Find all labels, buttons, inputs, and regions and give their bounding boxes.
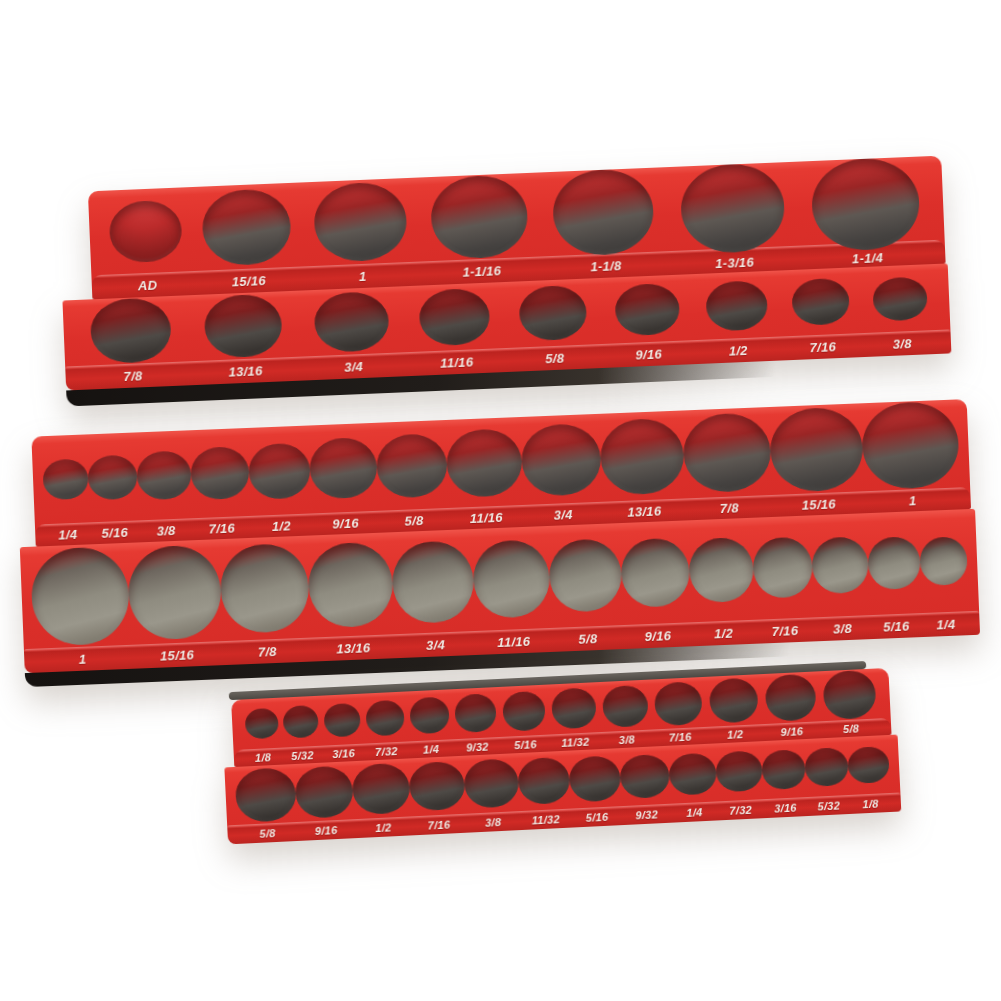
- socket-slot: 7/16: [779, 267, 864, 360]
- socket-size-label: 7/8: [123, 363, 143, 388]
- socket-size-label: 15/16: [160, 642, 195, 667]
- socket-size-label: 11/16: [497, 629, 531, 654]
- socket-hole-box: [860, 264, 940, 333]
- socket-hole: [682, 412, 772, 493]
- socket-hole-box: [599, 411, 686, 502]
- socket-hole-box: [539, 167, 669, 257]
- socket-size-label: AD: [137, 273, 157, 298]
- socket-slot: 3/16: [320, 694, 365, 763]
- socket-hole-box: [445, 417, 523, 508]
- socket-size-label: 1-3/16: [715, 252, 754, 274]
- socket-hole: [454, 693, 497, 733]
- socket-hole: [620, 537, 691, 608]
- socket-size-label: 5/8: [843, 719, 860, 737]
- top-socket-tray: AD15/1611-1/161-1/81-3/161-1/47/813/163/…: [58, 156, 952, 407]
- socket-slot: 1-1/16: [417, 172, 543, 285]
- socket-size-label: 5/8: [545, 346, 565, 371]
- socket-hole: [752, 536, 814, 598]
- socket-size-label: 3/16: [332, 744, 355, 762]
- socket-size-label: 3/16: [774, 798, 798, 818]
- socket-slot: 3/4: [297, 286, 407, 380]
- socket-hole: [463, 758, 519, 809]
- socket-hole: [715, 750, 763, 792]
- socket-size-label: 5/16: [585, 807, 609, 827]
- socket-size-label: 9/16: [635, 342, 662, 367]
- socket-hole: [810, 157, 921, 252]
- socket-slot: 1/4: [918, 509, 971, 637]
- socket-size-label: 1/8: [255, 748, 272, 766]
- socket-size-label: 1/2: [375, 817, 392, 837]
- socket-hole-box: [189, 182, 304, 271]
- socket-slot: 13/16: [599, 411, 687, 524]
- socket-slot: 3/8: [860, 264, 941, 357]
- socket-slot: 11/16: [471, 526, 552, 655]
- socket-slot: 15/16: [189, 182, 305, 295]
- socket-slot: 1/2: [247, 426, 313, 538]
- socket-hole: [307, 541, 394, 628]
- socket-size-label: 1: [78, 647, 86, 671]
- socket-hole-box: [135, 430, 192, 520]
- socket-hole-box: [517, 751, 572, 811]
- socket-hole: [283, 705, 320, 739]
- socket-hole-box: [779, 267, 863, 336]
- socket-hole-box: [650, 677, 707, 730]
- socket-hole-box: [391, 529, 476, 634]
- socket-slot: 1/8: [847, 735, 892, 814]
- socket-hole-box: [665, 162, 799, 255]
- socket-hole-box: [861, 399, 960, 491]
- socket-slot: 1/4: [406, 689, 454, 758]
- socket-hole: [847, 746, 890, 784]
- socket-hole: [517, 757, 571, 805]
- socket-hole-box: [866, 511, 922, 615]
- socket-slot: 11/32: [517, 751, 572, 830]
- socket-slot: 9/32: [451, 687, 502, 756]
- socket-slot: 1-1/4: [796, 156, 936, 270]
- socket-slot: 3/8: [598, 680, 653, 749]
- socket-slot: 13/16: [187, 291, 301, 386]
- socket-hole-box: [504, 278, 603, 348]
- socket-size-label: 5/8: [404, 509, 424, 532]
- socket-hole-box: [72, 295, 189, 366]
- socket-hole: [867, 536, 921, 590]
- socket-size-label: 9/16: [332, 512, 359, 535]
- socket-hole-box: [810, 513, 870, 617]
- socket-hole-box: [520, 414, 603, 505]
- socket-hole: [87, 454, 138, 500]
- socket-hole-box: [86, 432, 138, 522]
- socket-hole: [502, 690, 546, 731]
- socket-size-label: 5/32: [817, 795, 841, 815]
- socket-size-label: 11/16: [440, 349, 474, 374]
- socket-size-label: 7/8: [719, 496, 739, 519]
- socket-size-label: 11/32: [561, 733, 590, 751]
- socket-hole: [861, 400, 960, 490]
- socket-slot: 1: [861, 399, 961, 513]
- socket-slot: 5/8: [234, 764, 297, 844]
- socket-size-label: 3/8: [485, 812, 502, 832]
- socket-size-label: 1-1/8: [590, 254, 622, 278]
- socket-hole-box: [352, 758, 411, 819]
- socket-hole: [791, 278, 850, 326]
- socket-hole: [309, 437, 378, 500]
- socket-slot: 9/16: [619, 520, 692, 649]
- socket-slot: 1/2: [705, 674, 764, 744]
- socket-slot: 5/16: [568, 748, 622, 827]
- socket-hole-box: [463, 753, 520, 814]
- socket-hole-box: [294, 761, 354, 822]
- socket-size-label: 7/16: [771, 618, 798, 643]
- socket-slot: 1/4: [41, 434, 90, 546]
- socket-hole-box: [471, 526, 551, 631]
- socket-hole: [234, 767, 296, 823]
- socket-hole-box: [98, 187, 193, 275]
- socket-hole: [323, 702, 361, 737]
- socket-hole: [569, 755, 622, 802]
- socket-hole: [811, 536, 869, 594]
- socket-hole: [30, 545, 130, 646]
- socket-size-label: 1/2: [728, 338, 748, 363]
- socket-size-label: 11/16: [469, 506, 503, 529]
- socket-slot: 7/8: [682, 407, 773, 520]
- socket-hole-box: [320, 694, 364, 746]
- socket-size-label: 9/16: [780, 722, 803, 740]
- socket-hole: [108, 199, 182, 263]
- socket-slot: 1: [30, 543, 132, 673]
- socket-hole-box: [691, 271, 781, 341]
- socket-hole: [430, 174, 529, 260]
- socket-size-label: 1/4: [423, 740, 440, 758]
- socket-hole-box: [241, 698, 282, 750]
- socket-size-label: 5/16: [514, 735, 537, 753]
- socket-size-label: 1/4: [686, 802, 703, 822]
- socket-hole: [314, 290, 390, 352]
- socket-slot: 7/16: [189, 428, 251, 540]
- socket-size-label: 1/2: [727, 725, 744, 743]
- socket-hole-box: [247, 426, 312, 516]
- socket-slot: 7/8: [72, 295, 190, 390]
- socket-hole-box: [760, 739, 807, 799]
- socket-size-label: 3/4: [553, 503, 573, 526]
- socket-size-label: 5/16: [101, 521, 128, 544]
- socket-hole-box: [403, 282, 506, 352]
- socket-hole: [705, 280, 768, 332]
- socket-slot: 7/32: [715, 741, 765, 820]
- socket-slot: 11/32: [547, 682, 601, 751]
- socket-hole: [409, 696, 450, 734]
- socket-hole-box: [682, 407, 773, 498]
- socket-hole: [375, 433, 448, 499]
- socket-size-label: 1/2: [272, 514, 292, 537]
- socket-size-label: 9/32: [466, 738, 489, 756]
- socket-size-label: 7/32: [375, 742, 398, 760]
- socket-hole-box: [760, 671, 820, 724]
- socket-slot: 9/32: [619, 746, 671, 825]
- socket-slot: 7/16: [650, 677, 708, 747]
- socket-hole: [204, 293, 284, 358]
- socket-size-label: 1/4: [936, 612, 956, 637]
- socket-hole: [313, 181, 408, 263]
- socket-size-label: 3/8: [892, 331, 912, 356]
- socket-size-label: 13/16: [336, 635, 371, 660]
- socket-slot: 5/32: [279, 696, 323, 765]
- socket-size-label: 3/4: [426, 632, 446, 657]
- socket-size-label: 5/8: [578, 626, 598, 651]
- socket-hole-box: [234, 764, 296, 825]
- socket-size-label: 1: [358, 264, 367, 288]
- socket-size-label: 7/16: [809, 334, 836, 359]
- socket-hole-box: [41, 434, 90, 524]
- socket-slot: 5/8: [547, 523, 624, 652]
- socket-size-label: 15/16: [231, 268, 266, 293]
- socket-hole-box: [847, 735, 891, 795]
- socket-hole: [391, 540, 475, 624]
- socket-slot: 3/4: [520, 414, 604, 527]
- socket-hole: [872, 276, 928, 321]
- socket-hole-box: [451, 687, 501, 739]
- socket-slot: 9/16: [308, 423, 379, 536]
- socket-hole-box: [600, 274, 694, 344]
- socket-size-label: 3/8: [618, 730, 635, 748]
- socket-size-label: 13/16: [627, 499, 662, 522]
- socket-hole: [520, 422, 602, 496]
- socket-slot: 9/16: [294, 761, 355, 841]
- socket-slot: 13/16: [307, 532, 396, 661]
- socket-hole-box: [417, 172, 542, 261]
- socket-hole-box: [547, 682, 600, 734]
- socket-hole-box: [796, 156, 935, 253]
- socket-hole: [127, 544, 223, 641]
- socket-hole: [548, 538, 623, 613]
- socket-slot: 5/16: [498, 685, 550, 754]
- socket-hole: [472, 538, 551, 618]
- socket-hole-box: [300, 178, 420, 267]
- socket-hole: [761, 749, 807, 790]
- socket-size-label: 5/32: [291, 746, 314, 764]
- socket-size-label: 1/2: [714, 621, 734, 646]
- socket-hole: [822, 670, 876, 720]
- socket-hole-box: [30, 543, 131, 649]
- socket-slot: 1-3/16: [665, 162, 800, 275]
- socket-hole-box: [297, 286, 406, 356]
- socket-hole-box: [715, 741, 764, 801]
- socket-hole-box: [598, 680, 653, 732]
- socket-hole: [244, 708, 278, 740]
- socket-size-label: 13/16: [228, 358, 263, 383]
- socket-slot: 3/8: [135, 430, 193, 542]
- socket-slot: 9/16: [760, 671, 821, 741]
- socket-hole-box: [804, 737, 850, 797]
- socket-hole: [518, 285, 587, 342]
- socket-size-label: 3/8: [156, 519, 176, 542]
- socket-size-label: 1-1/16: [462, 258, 502, 284]
- socket-hole-box: [769, 403, 864, 495]
- socket-hole-box: [406, 689, 454, 741]
- socket-size-label: 1/4: [58, 523, 78, 546]
- socket-size-label: 9/16: [644, 623, 671, 648]
- socket-hole: [409, 761, 466, 812]
- socket-size-label: 3/4: [344, 354, 364, 379]
- socket-hole: [352, 762, 411, 815]
- socket-hole-box: [126, 539, 222, 645]
- socket-slot: 9/16: [600, 274, 695, 368]
- socket-hole-box: [362, 692, 408, 744]
- socket-size-label: 15/16: [801, 492, 836, 515]
- socket-size-label: 9/32: [635, 804, 659, 824]
- socket-hole-box: [687, 518, 755, 622]
- socket-size-label: 9/16: [314, 820, 338, 840]
- socket-slot: 1/2: [352, 758, 412, 838]
- socket-hole: [599, 417, 685, 495]
- socket-size-label: 5/8: [259, 823, 276, 843]
- socket-slot: 11/16: [403, 282, 507, 376]
- socket-slot: 5/16: [866, 511, 923, 639]
- socket-hole-box: [918, 509, 970, 613]
- socket-slot: 5/8: [818, 668, 882, 738]
- socket-hole-box: [668, 743, 718, 803]
- socket-slot: 11/16: [445, 417, 524, 530]
- socket-slot: 7/16: [751, 515, 815, 643]
- socket-hole-box: [189, 428, 250, 518]
- socket-slot: 3/16: [760, 739, 808, 818]
- socket-slot: 3/4: [391, 529, 477, 658]
- socket-hole-box: [705, 674, 763, 727]
- socket-size-label: 7/32: [729, 800, 753, 820]
- socket-hole: [619, 753, 670, 798]
- socket-slot: 3/8: [810, 513, 871, 641]
- socket-hole: [764, 674, 816, 722]
- socket-hole: [90, 297, 173, 364]
- socket-hole-box: [375, 420, 449, 511]
- socket-slot: 5/8: [504, 278, 604, 372]
- socket-hole-box: [219, 536, 311, 641]
- socket-hole-box: [818, 668, 881, 721]
- socket-hole-box: [619, 746, 671, 806]
- socket-hole: [552, 168, 655, 257]
- socket-hole-box: [619, 520, 691, 625]
- socket-hole: [136, 450, 192, 500]
- socket-size-label: 7/16: [668, 728, 691, 746]
- middle-socket-tray: 1/45/163/87/161/29/165/811/163/413/167/8…: [15, 399, 980, 687]
- socket-hole: [42, 458, 89, 500]
- socket-slot: 5/16: [86, 432, 139, 544]
- socket-size-label: 7/16: [208, 517, 235, 540]
- socket-size-label: 1/8: [862, 794, 879, 814]
- socket-hole: [219, 543, 311, 634]
- socket-size-label: 7/16: [427, 815, 451, 835]
- socket-hole-box: [308, 423, 378, 514]
- socket-hole: [446, 428, 523, 498]
- socket-hole-box: [187, 291, 300, 362]
- socket-slot: 5/8: [375, 420, 450, 533]
- socket-hole: [654, 681, 703, 726]
- socket-slot: 1/2: [691, 271, 782, 365]
- socket-size-label: 3/8: [833, 616, 853, 641]
- socket-slot: 3/8: [463, 753, 520, 833]
- socket-hole: [668, 752, 717, 795]
- socket-hole: [919, 536, 968, 586]
- socket-slot: 7/8: [219, 536, 312, 665]
- socket-hole: [201, 187, 292, 266]
- socket-hole-box: [408, 756, 466, 817]
- socket-hole: [679, 162, 786, 254]
- socket-hole: [294, 765, 354, 819]
- socket-hole: [688, 537, 754, 604]
- socket-hole: [805, 747, 850, 787]
- socket-size-label: 7/8: [257, 639, 277, 664]
- socket-hole-box: [498, 685, 549, 737]
- socket-hole-box: [568, 748, 622, 808]
- socket-hole: [551, 687, 597, 729]
- socket-hole: [602, 684, 649, 727]
- socket-hole-box: [751, 515, 814, 619]
- socket-hole-box: [307, 532, 395, 637]
- socket-size-label: 11/32: [531, 809, 560, 829]
- socket-hole: [365, 699, 405, 736]
- socket-slot: 1: [300, 178, 421, 291]
- socket-slot: 5/32: [804, 737, 851, 816]
- socket-slot: 7/32: [362, 692, 409, 761]
- socket-slot: AD: [98, 187, 194, 299]
- socket-hole: [708, 677, 758, 723]
- socket-hole: [614, 282, 680, 336]
- socket-slot: 15/16: [126, 539, 223, 669]
- socket-hole: [247, 442, 311, 499]
- socket-slot: 7/16: [408, 756, 466, 836]
- socket-slot: 1-1/8: [539, 167, 670, 280]
- socket-size-label: 1-1/4: [852, 249, 884, 267]
- socket-slot: 1/8: [241, 698, 283, 767]
- socket-hole-box: [279, 696, 322, 748]
- socket-hole: [769, 406, 864, 493]
- socket-size-label: 1: [908, 489, 916, 511]
- socket-slot: 1/2: [687, 518, 756, 646]
- socket-size-label: 5/16: [883, 614, 910, 639]
- socket-hole: [419, 288, 491, 347]
- socket-hole-box: [547, 523, 623, 628]
- socket-slot: 15/16: [769, 403, 865, 517]
- socket-slot: 1/4: [668, 743, 718, 822]
- socket-hole: [190, 446, 250, 500]
